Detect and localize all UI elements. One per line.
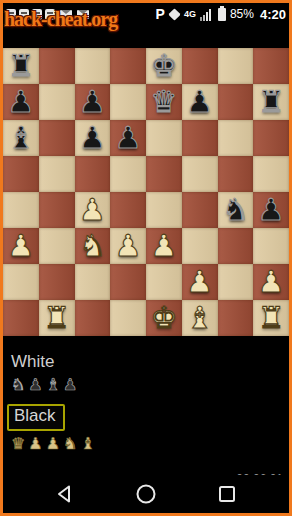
square-d8[interactable] — [110, 48, 146, 84]
status-clock: 4:20 — [260, 7, 286, 22]
square-d2[interactable] — [110, 264, 146, 300]
square-h2[interactable]: ♟ — [253, 264, 289, 300]
square-c3[interactable]: ♞ — [75, 228, 111, 264]
black-player-label: Black — [14, 406, 56, 425]
piece-bp-a7: ♟ — [3, 84, 39, 120]
square-b3[interactable] — [39, 228, 75, 264]
square-d7[interactable] — [110, 84, 146, 120]
piece-br-a8: ♜ — [3, 48, 39, 84]
square-g3[interactable] — [218, 228, 254, 264]
square-f2[interactable]: ♟ — [182, 264, 218, 300]
captured-piece-wp: ♟ — [28, 436, 42, 452]
square-a7[interactable]: ♟ — [3, 84, 39, 120]
square-a8[interactable]: ♜ — [3, 48, 39, 84]
square-b5[interactable] — [39, 156, 75, 192]
piece-bp-d6: ♟ — [110, 120, 146, 156]
square-f7[interactable]: ♟ — [182, 84, 218, 120]
square-e3[interactable]: ♟ — [146, 228, 182, 264]
square-d5[interactable] — [110, 156, 146, 192]
square-b8[interactable] — [39, 48, 75, 84]
square-f5[interactable] — [182, 156, 218, 192]
square-b1[interactable]: ♜ — [39, 300, 75, 336]
piece-br-h7: ♜ — [253, 84, 289, 120]
piece-bq-e7: ♛ — [146, 84, 182, 120]
square-b4[interactable] — [39, 192, 75, 228]
square-g2[interactable] — [218, 264, 254, 300]
square-a5[interactable] — [3, 156, 39, 192]
square-b6[interactable] — [39, 120, 75, 156]
piece-wk-e1: ♚ — [146, 300, 182, 336]
square-g6[interactable] — [218, 120, 254, 156]
phone-screen: P 4G 85% 4:20 hack-cheat.org ♜♚♟♟♛♟♜♝♟♟♟… — [0, 0, 292, 516]
square-g1[interactable] — [218, 300, 254, 336]
square-h8[interactable] — [253, 48, 289, 84]
square-e4[interactable] — [146, 192, 182, 228]
captured-piece-bb: ♝ — [46, 377, 60, 393]
piece-bp-c7: ♟ — [75, 84, 111, 120]
piece-wp-a3: ♟ — [3, 228, 39, 264]
square-e2[interactable] — [146, 264, 182, 300]
captured-piece-wp: ♟ — [46, 436, 60, 452]
network-type-label: 4G — [184, 9, 196, 19]
square-f4[interactable] — [182, 192, 218, 228]
square-d4[interactable] — [110, 192, 146, 228]
piece-bp-h4: ♟ — [253, 192, 289, 228]
square-h5[interactable] — [253, 156, 289, 192]
square-a4[interactable] — [3, 192, 39, 228]
battery-percent: 85% — [230, 7, 254, 21]
piece-bp-f7: ♟ — [182, 84, 218, 120]
square-d3[interactable]: ♟ — [110, 228, 146, 264]
black-captured-pieces: ♛♟♟♞♝ — [11, 433, 289, 452]
back-button[interactable] — [55, 484, 75, 504]
piece-bp-c6: ♟ — [75, 120, 111, 156]
piece-bk-e8: ♚ — [146, 48, 182, 84]
square-c2[interactable] — [75, 264, 111, 300]
square-b7[interactable] — [39, 84, 75, 120]
square-e6[interactable] — [146, 120, 182, 156]
signal-strength-icon — [200, 8, 213, 21]
square-c5[interactable] — [75, 156, 111, 192]
square-f1[interactable]: ♝ — [182, 300, 218, 336]
square-h7[interactable]: ♜ — [253, 84, 289, 120]
piece-bb-a6: ♝ — [3, 120, 39, 156]
pandora-icon: P — [156, 7, 165, 21]
chess-board: ♜♚♟♟♛♟♜♝♟♟♟♞♟♟♞♟♟♟♟♜♚♝♜ — [3, 48, 289, 336]
square-e8[interactable]: ♚ — [146, 48, 182, 84]
square-c1[interactable] — [75, 300, 111, 336]
square-f8[interactable] — [182, 48, 218, 84]
captured-piece-wb: ♝ — [80, 436, 94, 452]
square-d1[interactable] — [110, 300, 146, 336]
square-h1[interactable]: ♜ — [253, 300, 289, 336]
square-e1[interactable]: ♚ — [146, 300, 182, 336]
android-nav-bar — [3, 475, 289, 513]
square-d6[interactable]: ♟ — [110, 120, 146, 156]
square-a3[interactable]: ♟ — [3, 228, 39, 264]
square-c7[interactable]: ♟ — [75, 84, 111, 120]
captured-piece-bp: ♟ — [28, 377, 42, 393]
battery-icon — [218, 8, 226, 21]
square-c6[interactable]: ♟ — [75, 120, 111, 156]
square-g5[interactable] — [218, 156, 254, 192]
piece-bn-g4: ♞ — [218, 192, 254, 228]
square-g8[interactable] — [218, 48, 254, 84]
square-a2[interactable] — [3, 264, 39, 300]
piece-wp-f2: ♟ — [182, 264, 218, 300]
white-player-label: White — [11, 352, 289, 372]
square-h4[interactable]: ♟ — [253, 192, 289, 228]
square-h3[interactable] — [253, 228, 289, 264]
black-player-label-active: Black — [7, 404, 65, 431]
piece-wb-f1: ♝ — [182, 300, 218, 336]
square-f6[interactable] — [182, 120, 218, 156]
square-a6[interactable]: ♝ — [3, 120, 39, 156]
square-a1[interactable] — [3, 300, 39, 336]
recents-button[interactable] — [217, 484, 237, 504]
square-g7[interactable] — [218, 84, 254, 120]
square-b2[interactable] — [39, 264, 75, 300]
captured-piece-wn: ♞ — [63, 436, 77, 452]
white-captured-pieces: ♞♟♝♟ — [11, 374, 289, 393]
game-info-panel: White ♞♟♝♟ Black ♛♟♟♞♝ 00:06:01 — [3, 352, 289, 491]
captured-piece-bp: ♟ — [63, 377, 77, 393]
square-e5[interactable] — [146, 156, 182, 192]
square-c8[interactable] — [75, 48, 111, 84]
square-g4[interactable]: ♞ — [218, 192, 254, 228]
piece-wp-c4: ♟ — [75, 192, 111, 228]
piece-wp-h2: ♟ — [253, 264, 289, 300]
home-button[interactable] — [135, 483, 157, 505]
square-e7[interactable]: ♛ — [146, 84, 182, 120]
piece-wn-c3: ♞ — [75, 228, 111, 264]
wifi-icon — [168, 8, 180, 20]
status-bar-system-icons: P 4G 85% 4:20 — [156, 7, 286, 22]
piece-wr-h1: ♜ — [253, 300, 289, 336]
piece-wr-b1: ♜ — [39, 300, 75, 336]
captured-piece-bn: ♞ — [11, 377, 25, 393]
square-c4[interactable]: ♟ — [75, 192, 111, 228]
captured-piece-wq: ♛ — [11, 436, 25, 452]
watermark-text: hack-cheat.org — [4, 8, 117, 31]
square-h6[interactable] — [253, 120, 289, 156]
piece-wp-e3: ♟ — [146, 228, 182, 264]
square-f3[interactable] — [182, 228, 218, 264]
piece-wp-d3: ♟ — [110, 228, 146, 264]
